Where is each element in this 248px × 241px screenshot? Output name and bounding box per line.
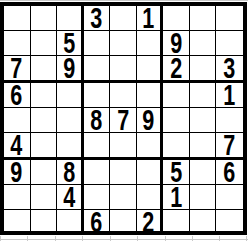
spreadsheet-gridline-stub <box>110 236 111 241</box>
spreadsheet-gridline-stub <box>27 236 28 241</box>
cell-r9c4[interactable]: 6 <box>84 210 111 234</box>
cell-r9c6[interactable]: 2 <box>137 210 164 234</box>
cell-r7c9[interactable]: 6 <box>216 160 243 185</box>
cell-r9c1[interactable] <box>4 210 31 234</box>
cell-r2c4[interactable] <box>84 31 111 56</box>
given-digit: 7 <box>11 56 23 80</box>
spreadsheet-gridline-stub <box>55 236 56 241</box>
given-digit: 1 <box>224 83 236 107</box>
cell-r2c5[interactable] <box>110 31 137 56</box>
cell-r7c5[interactable] <box>110 160 137 185</box>
sudoku-screenshot: 31597923618794798564162 <box>0 0 248 241</box>
cell-r9c7[interactable] <box>163 210 190 234</box>
cell-r4c8[interactable] <box>190 83 217 108</box>
given-digit: 4 <box>11 133 23 157</box>
cell-r5c8[interactable] <box>190 108 217 133</box>
cell-r3c5[interactable] <box>110 56 137 83</box>
spreadsheet-gridline-bottom <box>0 239 248 240</box>
cell-r5c7[interactable] <box>163 108 190 133</box>
cell-r3c8[interactable] <box>190 56 217 83</box>
cell-r5c6[interactable]: 9 <box>137 108 164 133</box>
sudoku-board: 31597923618794798564162 <box>0 2 247 235</box>
spreadsheet-gridline-stub <box>82 236 83 241</box>
given-digit: 9 <box>143 108 155 132</box>
cell-r6c6[interactable] <box>137 133 164 160</box>
cell-r4c7[interactable] <box>163 83 190 108</box>
cell-r4c9[interactable]: 1 <box>216 83 243 108</box>
cell-r5c2[interactable] <box>31 108 58 133</box>
cell-r9c8[interactable] <box>190 210 217 234</box>
cell-r9c3[interactable] <box>57 210 84 234</box>
cell-r1c5[interactable] <box>110 6 137 31</box>
cell-r6c8[interactable] <box>190 133 217 160</box>
given-digit: 9 <box>63 56 75 80</box>
cell-r3c3[interactable]: 9 <box>57 56 84 83</box>
given-digit: 3 <box>90 6 102 30</box>
cell-r7c8[interactable] <box>190 160 217 185</box>
cell-r1c4[interactable]: 3 <box>84 6 111 31</box>
cell-r9c9[interactable] <box>216 210 243 234</box>
cell-r8c7[interactable]: 1 <box>163 185 190 210</box>
cell-r2c8[interactable] <box>190 31 217 56</box>
cell-r8c1[interactable] <box>4 185 31 210</box>
cell-r7c6[interactable] <box>137 160 164 185</box>
given-digit: 7 <box>117 108 129 132</box>
cell-r9c5[interactable] <box>110 210 137 234</box>
cell-r7c1[interactable]: 9 <box>4 160 31 185</box>
given-digit: 9 <box>11 160 23 184</box>
cell-r3c4[interactable] <box>84 56 111 83</box>
cell-r1c1[interactable] <box>4 6 31 31</box>
cell-r1c9[interactable] <box>216 6 243 31</box>
cell-r2c2[interactable] <box>31 31 58 56</box>
cell-r6c4[interactable] <box>84 133 111 160</box>
given-digit: 2 <box>143 210 155 234</box>
given-digit: 7 <box>224 133 236 157</box>
cell-r3c6[interactable] <box>137 56 164 83</box>
cell-r3c2[interactable] <box>31 56 58 83</box>
cell-r2c6[interactable] <box>137 31 164 56</box>
spreadsheet-gridline-stub <box>137 236 138 241</box>
cell-r1c6[interactable]: 1 <box>137 6 164 31</box>
spreadsheet-gridline-stub <box>246 236 247 241</box>
cell-r8c5[interactable] <box>110 185 137 210</box>
cell-r4c1[interactable]: 6 <box>4 83 31 108</box>
cell-r8c3[interactable]: 4 <box>57 185 84 210</box>
cell-r8c2[interactable] <box>31 185 58 210</box>
given-digit: 3 <box>224 56 236 80</box>
cell-r8c8[interactable] <box>190 185 217 210</box>
given-digit: 6 <box>11 83 23 107</box>
spreadsheet-gridline-top <box>0 0 248 1</box>
cell-r7c4[interactable] <box>84 160 111 185</box>
cell-r5c3[interactable] <box>57 108 84 133</box>
cell-r1c8[interactable] <box>190 6 217 31</box>
spreadsheet-gridline-stub <box>192 236 193 241</box>
cell-r6c2[interactable] <box>31 133 58 160</box>
cell-r7c2[interactable] <box>31 160 58 185</box>
spreadsheet-gridline-stub <box>0 236 1 241</box>
cell-r1c2[interactable] <box>31 6 58 31</box>
spreadsheet-gridline-stub <box>219 236 220 241</box>
cell-r5c5[interactable]: 7 <box>110 108 137 133</box>
cell-r8c9[interactable] <box>216 185 243 210</box>
given-digit: 8 <box>90 108 102 132</box>
given-digit: 1 <box>170 185 182 209</box>
cell-r6c5[interactable] <box>110 133 137 160</box>
spreadsheet-gridline-stub <box>165 236 166 241</box>
cell-r5c4[interactable]: 8 <box>84 108 111 133</box>
given-digit: 6 <box>90 210 102 234</box>
given-digit: 6 <box>224 160 236 184</box>
given-digit: 4 <box>63 185 75 209</box>
given-digit: 1 <box>143 6 155 30</box>
cell-r9c2[interactable] <box>31 210 58 234</box>
given-digit: 2 <box>170 56 182 80</box>
cell-r4c3[interactable] <box>57 83 84 108</box>
cell-r4c2[interactable] <box>31 83 58 108</box>
cell-r3c7[interactable]: 2 <box>163 56 190 83</box>
